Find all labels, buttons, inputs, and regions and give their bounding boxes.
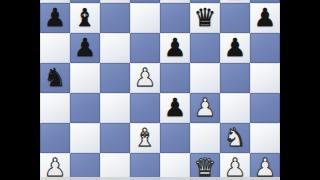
square-a4[interactable] [40,93,70,123]
square-g4[interactable] [220,93,250,123]
square-d5[interactable]: ♟ [130,63,160,93]
piece-white-pawn-h2: ♟ [250,153,280,180]
square-g2[interactable]: ♟ [220,153,250,180]
piece-black-queen-f7: ♛ [190,3,220,33]
square-b2[interactable] [70,153,100,180]
square-g7[interactable] [220,3,250,33]
square-e6[interactable]: ♟ [160,33,190,63]
square-c6[interactable] [100,33,130,63]
square-f6[interactable] [190,33,220,63]
piece-white-queen-f2: ♛ [190,153,220,180]
square-e3[interactable] [160,123,190,153]
square-b3[interactable] [70,123,100,153]
board-bottom-edge-highlight [40,177,280,180]
square-c7[interactable] [100,3,130,33]
piece-black-pawn-a7: ♟ [40,3,70,33]
square-c4[interactable] [100,93,130,123]
square-h4[interactable] [250,93,280,123]
video-frame: ♚♟♝♛♟♟♟♟♞♟♟♟♝♞♟♛♟♟ [0,0,320,180]
piece-black-pawn-e4: ♟ [160,93,190,123]
square-e4[interactable]: ♟ [160,93,190,123]
square-f2[interactable]: ♛ [190,153,220,180]
piece-black-bishop-b7: ♝ [70,3,100,33]
square-f5[interactable] [190,63,220,93]
square-g3[interactable]: ♞ [220,123,250,153]
piece-black-pawn-h7: ♟ [250,3,280,33]
square-h2[interactable]: ♟ [250,153,280,180]
square-b4[interactable] [70,93,100,123]
square-g5[interactable] [220,63,250,93]
square-d2[interactable] [130,153,160,180]
square-d6[interactable] [130,33,160,63]
square-a5[interactable]: ♞ [40,63,70,93]
piece-white-pawn-a2: ♟ [40,153,70,180]
square-h3[interactable] [250,123,280,153]
square-e2[interactable] [160,153,190,180]
piece-black-knight-a5: ♞ [40,63,70,93]
square-b7[interactable]: ♝ [70,3,100,33]
square-c2[interactable] [100,153,130,180]
square-d3[interactable]: ♝ [130,123,160,153]
square-a7[interactable]: ♟ [40,3,70,33]
square-c3[interactable] [100,123,130,153]
piece-white-bishop-d3: ♝ [130,123,160,153]
square-f3[interactable] [190,123,220,153]
piece-black-pawn-e6: ♟ [160,33,190,63]
square-f7[interactable]: ♛ [190,3,220,33]
square-d4[interactable] [130,93,160,123]
piece-black-pawn-g6: ♟ [220,33,250,63]
square-e7[interactable] [160,3,190,33]
piece-black-pawn-b6: ♟ [70,33,100,63]
chess-board: ♚♟♝♛♟♟♟♟♞♟♟♟♝♞♟♛♟♟ [40,0,280,180]
piece-white-pawn-d5: ♟ [130,63,160,93]
square-a6[interactable] [40,33,70,63]
square-f4[interactable]: ♟ [190,93,220,123]
square-e5[interactable] [160,63,190,93]
piece-white-pawn-g2: ♟ [220,153,250,180]
square-h6[interactable] [250,33,280,63]
square-b5[interactable] [70,63,100,93]
square-h5[interactable] [250,63,280,93]
square-c5[interactable] [100,63,130,93]
square-d7[interactable] [130,3,160,33]
square-h7[interactable]: ♟ [250,3,280,33]
square-g6[interactable]: ♟ [220,33,250,63]
piece-white-pawn-f4: ♟ [190,93,220,123]
square-a2[interactable]: ♟ [40,153,70,180]
square-b6[interactable]: ♟ [70,33,100,63]
piece-white-knight-g3: ♞ [220,123,250,153]
square-a3[interactable] [40,123,70,153]
